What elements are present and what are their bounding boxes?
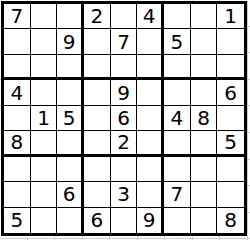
- cell-r5c2[interactable]: 1: [31, 106, 58, 131]
- cell-r2c7[interactable]: 5: [164, 29, 191, 54]
- cell-r6c8[interactable]: [191, 131, 218, 156]
- cell-r8c7[interactable]: 7: [164, 182, 191, 207]
- cell-r6c2[interactable]: [31, 131, 58, 156]
- cell-r3c9[interactable]: [217, 55, 244, 80]
- cell-r9c1[interactable]: 5: [4, 208, 31, 233]
- cell-r4c5[interactable]: 9: [111, 80, 138, 105]
- cell-r7c5[interactable]: [111, 157, 138, 182]
- cell-r5c5[interactable]: 6: [111, 106, 138, 131]
- cell-r3c5[interactable]: [111, 55, 138, 80]
- sudoku-board: 7241975496156488256375698: [1, 1, 247, 236]
- cell-r5c6[interactable]: [137, 106, 164, 131]
- cell-r1c1[interactable]: 7: [4, 4, 31, 29]
- cell-r8c2[interactable]: [31, 182, 58, 207]
- cell-r3c4[interactable]: [84, 55, 111, 80]
- cell-r6c9[interactable]: 5: [217, 131, 244, 156]
- cell-r5c1[interactable]: [4, 106, 31, 131]
- cell-r1c2[interactable]: [31, 4, 58, 29]
- cell-r6c4[interactable]: [84, 131, 111, 156]
- cell-r3c7[interactable]: [164, 55, 191, 80]
- cell-r7c6[interactable]: [137, 157, 164, 182]
- cell-r2c9[interactable]: [217, 29, 244, 54]
- cell-r9c3[interactable]: [57, 208, 84, 233]
- cell-r8c5[interactable]: 3: [111, 182, 138, 207]
- cell-r5c4[interactable]: [84, 106, 111, 131]
- cell-r8c6[interactable]: [137, 182, 164, 207]
- cell-r1c7[interactable]: [164, 4, 191, 29]
- cell-r7c4[interactable]: [84, 157, 111, 182]
- cell-r8c1[interactable]: [4, 182, 31, 207]
- cell-r2c5[interactable]: 7: [111, 29, 138, 54]
- cell-r4c1[interactable]: 4: [4, 80, 31, 105]
- cell-r7c2[interactable]: [31, 157, 58, 182]
- cell-r9c8[interactable]: [191, 208, 218, 233]
- cell-r3c6[interactable]: [137, 55, 164, 80]
- cell-r1c6[interactable]: 4: [137, 4, 164, 29]
- cell-r8c8[interactable]: [191, 182, 218, 207]
- cell-r1c8[interactable]: [191, 4, 218, 29]
- cell-r2c3[interactable]: 9: [57, 29, 84, 54]
- cell-r4c3[interactable]: [57, 80, 84, 105]
- cell-r4c4[interactable]: [84, 80, 111, 105]
- cell-r6c5[interactable]: 2: [111, 131, 138, 156]
- cell-r5c3[interactable]: 5: [57, 106, 84, 131]
- cell-r3c8[interactable]: [191, 55, 218, 80]
- cell-r7c7[interactable]: [164, 157, 191, 182]
- cell-r2c8[interactable]: [191, 29, 218, 54]
- cell-r5c8[interactable]: 8: [191, 106, 218, 131]
- cell-r9c9[interactable]: 8: [217, 208, 244, 233]
- cell-r1c3[interactable]: [57, 4, 84, 29]
- cell-r6c3[interactable]: [57, 131, 84, 156]
- cell-r7c3[interactable]: [57, 157, 84, 182]
- cell-r6c6[interactable]: [137, 131, 164, 156]
- cell-r2c1[interactable]: [4, 29, 31, 54]
- cell-r9c4[interactable]: 6: [84, 208, 111, 233]
- cell-r1c9[interactable]: 1: [217, 4, 244, 29]
- cell-r2c4[interactable]: [84, 29, 111, 54]
- cell-r1c4[interactable]: 2: [84, 4, 111, 29]
- cell-r4c9[interactable]: 6: [217, 80, 244, 105]
- cell-r2c6[interactable]: [137, 29, 164, 54]
- cell-r9c2[interactable]: [31, 208, 58, 233]
- cell-r9c7[interactable]: [164, 208, 191, 233]
- cell-r6c1[interactable]: 8: [4, 131, 31, 156]
- cell-r4c7[interactable]: [164, 80, 191, 105]
- cell-r6c7[interactable]: [164, 131, 191, 156]
- cell-r8c3[interactable]: 6: [57, 182, 84, 207]
- cell-r9c5[interactable]: [111, 208, 138, 233]
- cell-r3c1[interactable]: [4, 55, 31, 80]
- cell-r4c6[interactable]: [137, 80, 164, 105]
- cell-r7c1[interactable]: [4, 157, 31, 182]
- cell-r8c9[interactable]: [217, 182, 244, 207]
- cell-r4c8[interactable]: [191, 80, 218, 105]
- cell-r5c9[interactable]: [217, 106, 244, 131]
- cell-r8c4[interactable]: [84, 182, 111, 207]
- cell-r9c6[interactable]: 9: [137, 208, 164, 233]
- cell-r3c2[interactable]: [31, 55, 58, 80]
- cell-r7c8[interactable]: [191, 157, 218, 182]
- sudoku-screenshot: 7241975496156488256375698: [0, 0, 250, 240]
- cell-r2c2[interactable]: [31, 29, 58, 54]
- cell-r5c7[interactable]: 4: [164, 106, 191, 131]
- cell-r1c5[interactable]: [111, 4, 138, 29]
- cell-r7c9[interactable]: [217, 157, 244, 182]
- cell-r3c3[interactable]: [57, 55, 84, 80]
- cell-r4c2[interactable]: [31, 80, 58, 105]
